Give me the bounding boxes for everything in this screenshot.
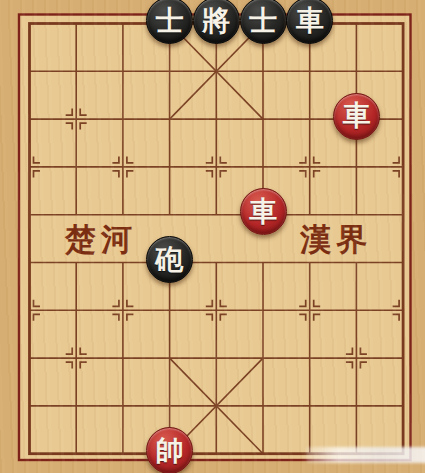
piece-glyph: 車 <box>296 7 324 35</box>
piece-black-advisor-left[interactable]: 士 <box>146 0 193 44</box>
piece-glyph: 士 <box>249 7 277 35</box>
piece-red-king[interactable]: 帥 <box>146 427 193 473</box>
pieces-layer: 士將士車車車砲帥 <box>0 0 425 473</box>
piece-glyph: 帥 <box>156 437 184 465</box>
piece-glyph: 車 <box>342 102 370 130</box>
xiangqi-board: 楚河 漢界 士將士車車車砲帥 <box>0 0 425 473</box>
piece-glyph: 士 <box>156 7 184 35</box>
piece-glyph: 車 <box>249 198 277 226</box>
piece-black-king[interactable]: 將 <box>193 0 240 44</box>
piece-glyph: 將 <box>202 7 230 35</box>
piece-red-rook-right[interactable]: 車 <box>333 93 380 140</box>
piece-red-rook-center[interactable]: 車 <box>240 188 287 235</box>
piece-black-rook[interactable]: 車 <box>286 0 333 44</box>
piece-black-advisor-right[interactable]: 士 <box>240 0 287 44</box>
piece-black-cannon[interactable]: 砲 <box>146 236 193 283</box>
piece-glyph: 砲 <box>156 246 184 274</box>
